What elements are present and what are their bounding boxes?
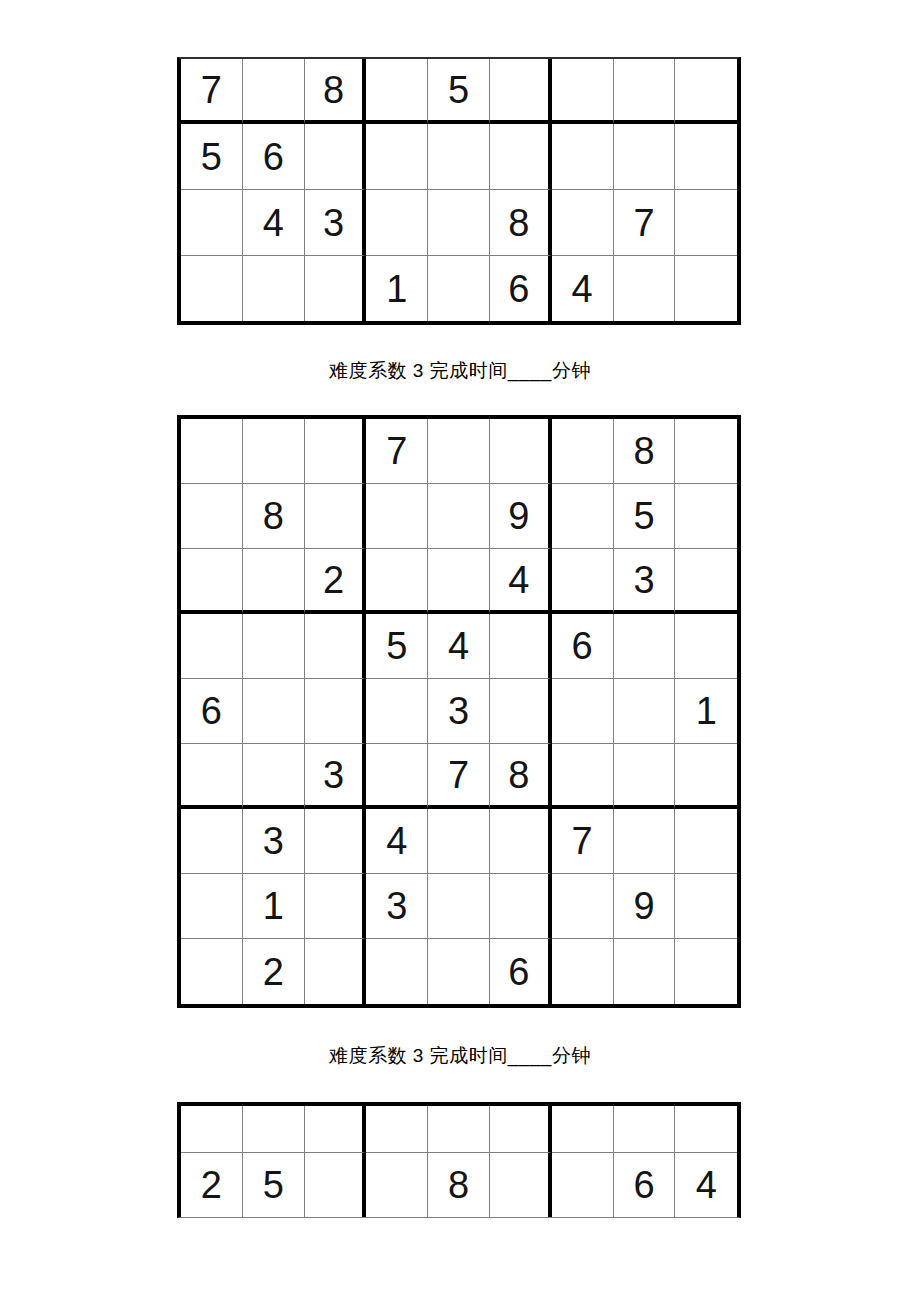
cell-r1c8[interactable]: 8 [614, 419, 676, 484]
cell-r3c5[interactable] [428, 549, 490, 614]
cell-r3c7[interactable] [552, 549, 614, 614]
cell-r1c5[interactable] [428, 1106, 490, 1153]
cell-r5c6[interactable] [490, 679, 552, 744]
cell-r3c6[interactable]: 4 [490, 549, 552, 614]
cell-r6c3[interactable]: 8 [305, 59, 367, 124]
cell-r4c2[interactable] [243, 614, 305, 679]
cell-r1c4[interactable] [366, 1106, 428, 1153]
cell-r9c3[interactable] [305, 939, 367, 1004]
cell-r7c7[interactable]: 7 [552, 809, 614, 874]
cell-r6c6[interactable] [490, 59, 552, 124]
cell-r1c1[interactable] [181, 1106, 243, 1153]
cell-r5c8[interactable] [614, 679, 676, 744]
cell-r7c8[interactable] [614, 809, 676, 874]
cell-r7c1[interactable]: 5 [181, 124, 243, 190]
cell-r1c7[interactable] [552, 419, 614, 484]
cell-r2c4[interactable] [366, 484, 428, 549]
cell-r8c8[interactable]: 7 [614, 190, 676, 256]
cell-r4c7[interactable]: 6 [552, 614, 614, 679]
cell-r9c9[interactable] [675, 939, 737, 1004]
cell-r1c4[interactable]: 7 [366, 419, 428, 484]
cell-r9c2[interactable]: 2 [243, 939, 305, 1004]
cell-r9c6[interactable]: 6 [490, 939, 552, 1004]
cell-r8c6[interactable]: 8 [490, 190, 552, 256]
cell-r8c9[interactable] [675, 874, 737, 939]
cell-r2c9[interactable] [675, 484, 737, 549]
cell-r8c5[interactable] [428, 874, 490, 939]
cell-r2c5[interactable]: 8 [428, 1153, 490, 1217]
cell-r8c5[interactable] [428, 190, 490, 256]
cell-r1c2[interactable] [243, 419, 305, 484]
cell-r6c7[interactable] [552, 744, 614, 809]
cell-r8c2[interactable]: 1 [243, 874, 305, 939]
cell-r1c6[interactable] [490, 419, 552, 484]
cell-r2c6[interactable]: 9 [490, 484, 552, 549]
cell-r8c6[interactable] [490, 874, 552, 939]
cell-r8c3[interactable] [305, 874, 367, 939]
cell-r6c8[interactable] [614, 59, 676, 124]
worksheet-page: { "game": "sudoku", "page_type": "printe… [0, 0, 920, 1302]
cell-r6c8[interactable] [614, 744, 676, 809]
cell-r4c3[interactable] [305, 614, 367, 679]
cell-r4c4[interactable]: 5 [366, 614, 428, 679]
cell-r9c1[interactable] [181, 256, 243, 321]
cell-r2c1[interactable]: 2 [181, 1153, 243, 1217]
cell-r1c9[interactable] [675, 1106, 737, 1153]
cell-r1c3[interactable] [305, 419, 367, 484]
cell-r6c6[interactable]: 8 [490, 744, 552, 809]
cell-r2c5[interactable] [428, 484, 490, 549]
cell-r9c7[interactable]: 4 [552, 256, 614, 321]
cell-r5c7[interactable] [552, 679, 614, 744]
cell-r1c5[interactable] [428, 419, 490, 484]
cell-r5c9[interactable]: 1 [675, 679, 737, 744]
cell-r7c9[interactable] [675, 809, 737, 874]
difficulty-caption-2: 难度系数 3 完成时间____分钟 [0, 1043, 920, 1069]
cell-r9c4[interactable]: 1 [366, 256, 428, 321]
cell-r2c2[interactable]: 5 [243, 1153, 305, 1217]
cell-r1c1[interactable] [181, 419, 243, 484]
cell-r6c1[interactable]: 7 [181, 59, 243, 124]
cell-r6c1[interactable] [181, 744, 243, 809]
cell-r1c6[interactable] [490, 1106, 552, 1153]
cell-r7c7[interactable] [552, 124, 614, 190]
cell-r2c2[interactable]: 8 [243, 484, 305, 549]
cell-r9c5[interactable] [428, 939, 490, 1004]
cell-r5c5[interactable]: 3 [428, 679, 490, 744]
sudoku-grid-middle: 7889524354663137834713926 [177, 415, 741, 1008]
cell-r6c9[interactable] [675, 59, 737, 124]
cell-r7c2[interactable]: 6 [243, 124, 305, 190]
cell-r2c1[interactable] [181, 484, 243, 549]
cell-r9c4[interactable] [366, 939, 428, 1004]
cell-r8c7[interactable] [552, 190, 614, 256]
cell-r2c4[interactable] [366, 1153, 428, 1217]
cell-r7c9[interactable] [675, 124, 737, 190]
cell-r1c8[interactable] [614, 1106, 676, 1153]
cell-r8c8[interactable]: 9 [614, 874, 676, 939]
cell-r6c4[interactable] [366, 744, 428, 809]
cell-r9c7[interactable] [552, 939, 614, 1004]
cell-r5c4[interactable] [366, 679, 428, 744]
cell-r2c7[interactable] [552, 484, 614, 549]
cell-r2c3[interactable] [305, 484, 367, 549]
cell-r3c8[interactable]: 3 [614, 549, 676, 614]
cell-r9c3[interactable] [305, 256, 367, 321]
cell-r7c5[interactable] [428, 809, 490, 874]
cell-r2c9[interactable]: 4 [675, 1153, 737, 1217]
cell-r9c8[interactable] [614, 939, 676, 1004]
cell-r8c4[interactable] [366, 190, 428, 256]
cell-r1c2[interactable] [243, 1106, 305, 1153]
cell-r8c1[interactable] [181, 190, 243, 256]
cell-r7c8[interactable] [614, 124, 676, 190]
cell-r4c1[interactable] [181, 614, 243, 679]
cell-r7c1[interactable] [181, 809, 243, 874]
cell-r5c2[interactable] [243, 679, 305, 744]
cell-r9c6[interactable]: 6 [490, 256, 552, 321]
cell-r9c1[interactable] [181, 939, 243, 1004]
cell-r3c4[interactable] [366, 549, 428, 614]
cell-r2c8[interactable]: 5 [614, 484, 676, 549]
cell-r8c4[interactable]: 3 [366, 874, 428, 939]
cell-r7c5[interactable] [428, 124, 490, 190]
cell-r8c7[interactable] [552, 874, 614, 939]
cell-r1c7[interactable] [552, 1106, 614, 1153]
cell-r4c8[interactable] [614, 614, 676, 679]
cell-r7c2[interactable]: 3 [243, 809, 305, 874]
cell-r7c4[interactable]: 4 [366, 809, 428, 874]
cell-r8c1[interactable] [181, 874, 243, 939]
cell-r7c6[interactable] [490, 809, 552, 874]
cell-r3c1[interactable] [181, 549, 243, 614]
cell-r6c4[interactable] [366, 59, 428, 124]
cell-r5c3[interactable] [305, 679, 367, 744]
cell-r4c9[interactable] [675, 614, 737, 679]
cell-r6c3[interactable]: 3 [305, 744, 367, 809]
sudoku-grid-top-partial: 785564387164 [177, 57, 741, 325]
cell-r3c2[interactable] [243, 549, 305, 614]
cell-r3c3[interactable]: 2 [305, 549, 367, 614]
cell-r3c9[interactable] [675, 549, 737, 614]
cell-r8c3[interactable]: 3 [305, 190, 367, 256]
cell-r9c5[interactable] [428, 256, 490, 321]
sudoku-grid-bottom-partial: 25864 [177, 1102, 741, 1218]
cell-r4c6[interactable] [490, 614, 552, 679]
cell-r7c4[interactable] [366, 124, 428, 190]
cell-r2c8[interactable]: 6 [614, 1153, 676, 1217]
cell-r1c3[interactable] [305, 1106, 367, 1153]
cell-r8c9[interactable] [675, 190, 737, 256]
difficulty-caption-1: 难度系数 3 完成时间____分钟 [0, 358, 920, 384]
cell-r2c6[interactable] [490, 1153, 552, 1217]
cell-r8c2[interactable]: 4 [243, 190, 305, 256]
cell-r9c2[interactable] [243, 256, 305, 321]
cell-r2c3[interactable] [305, 1153, 367, 1217]
cell-r7c6[interactable] [490, 124, 552, 190]
cell-r6c7[interactable] [552, 59, 614, 124]
cell-r2c7[interactable] [552, 1153, 614, 1217]
cell-r1c9[interactable] [675, 419, 737, 484]
cell-r4c5[interactable]: 4 [428, 614, 490, 679]
cell-r9c9[interactable] [675, 256, 737, 321]
cell-r6c9[interactable] [675, 744, 737, 809]
cell-r6c5[interactable]: 5 [428, 59, 490, 124]
cell-r6c2[interactable] [243, 59, 305, 124]
cell-r6c5[interactable]: 7 [428, 744, 490, 809]
cell-r9c8[interactable] [614, 256, 676, 321]
cell-r6c2[interactable] [243, 744, 305, 809]
cell-r7c3[interactable] [305, 124, 367, 190]
cell-r7c3[interactable] [305, 809, 367, 874]
cell-r5c1[interactable]: 6 [181, 679, 243, 744]
